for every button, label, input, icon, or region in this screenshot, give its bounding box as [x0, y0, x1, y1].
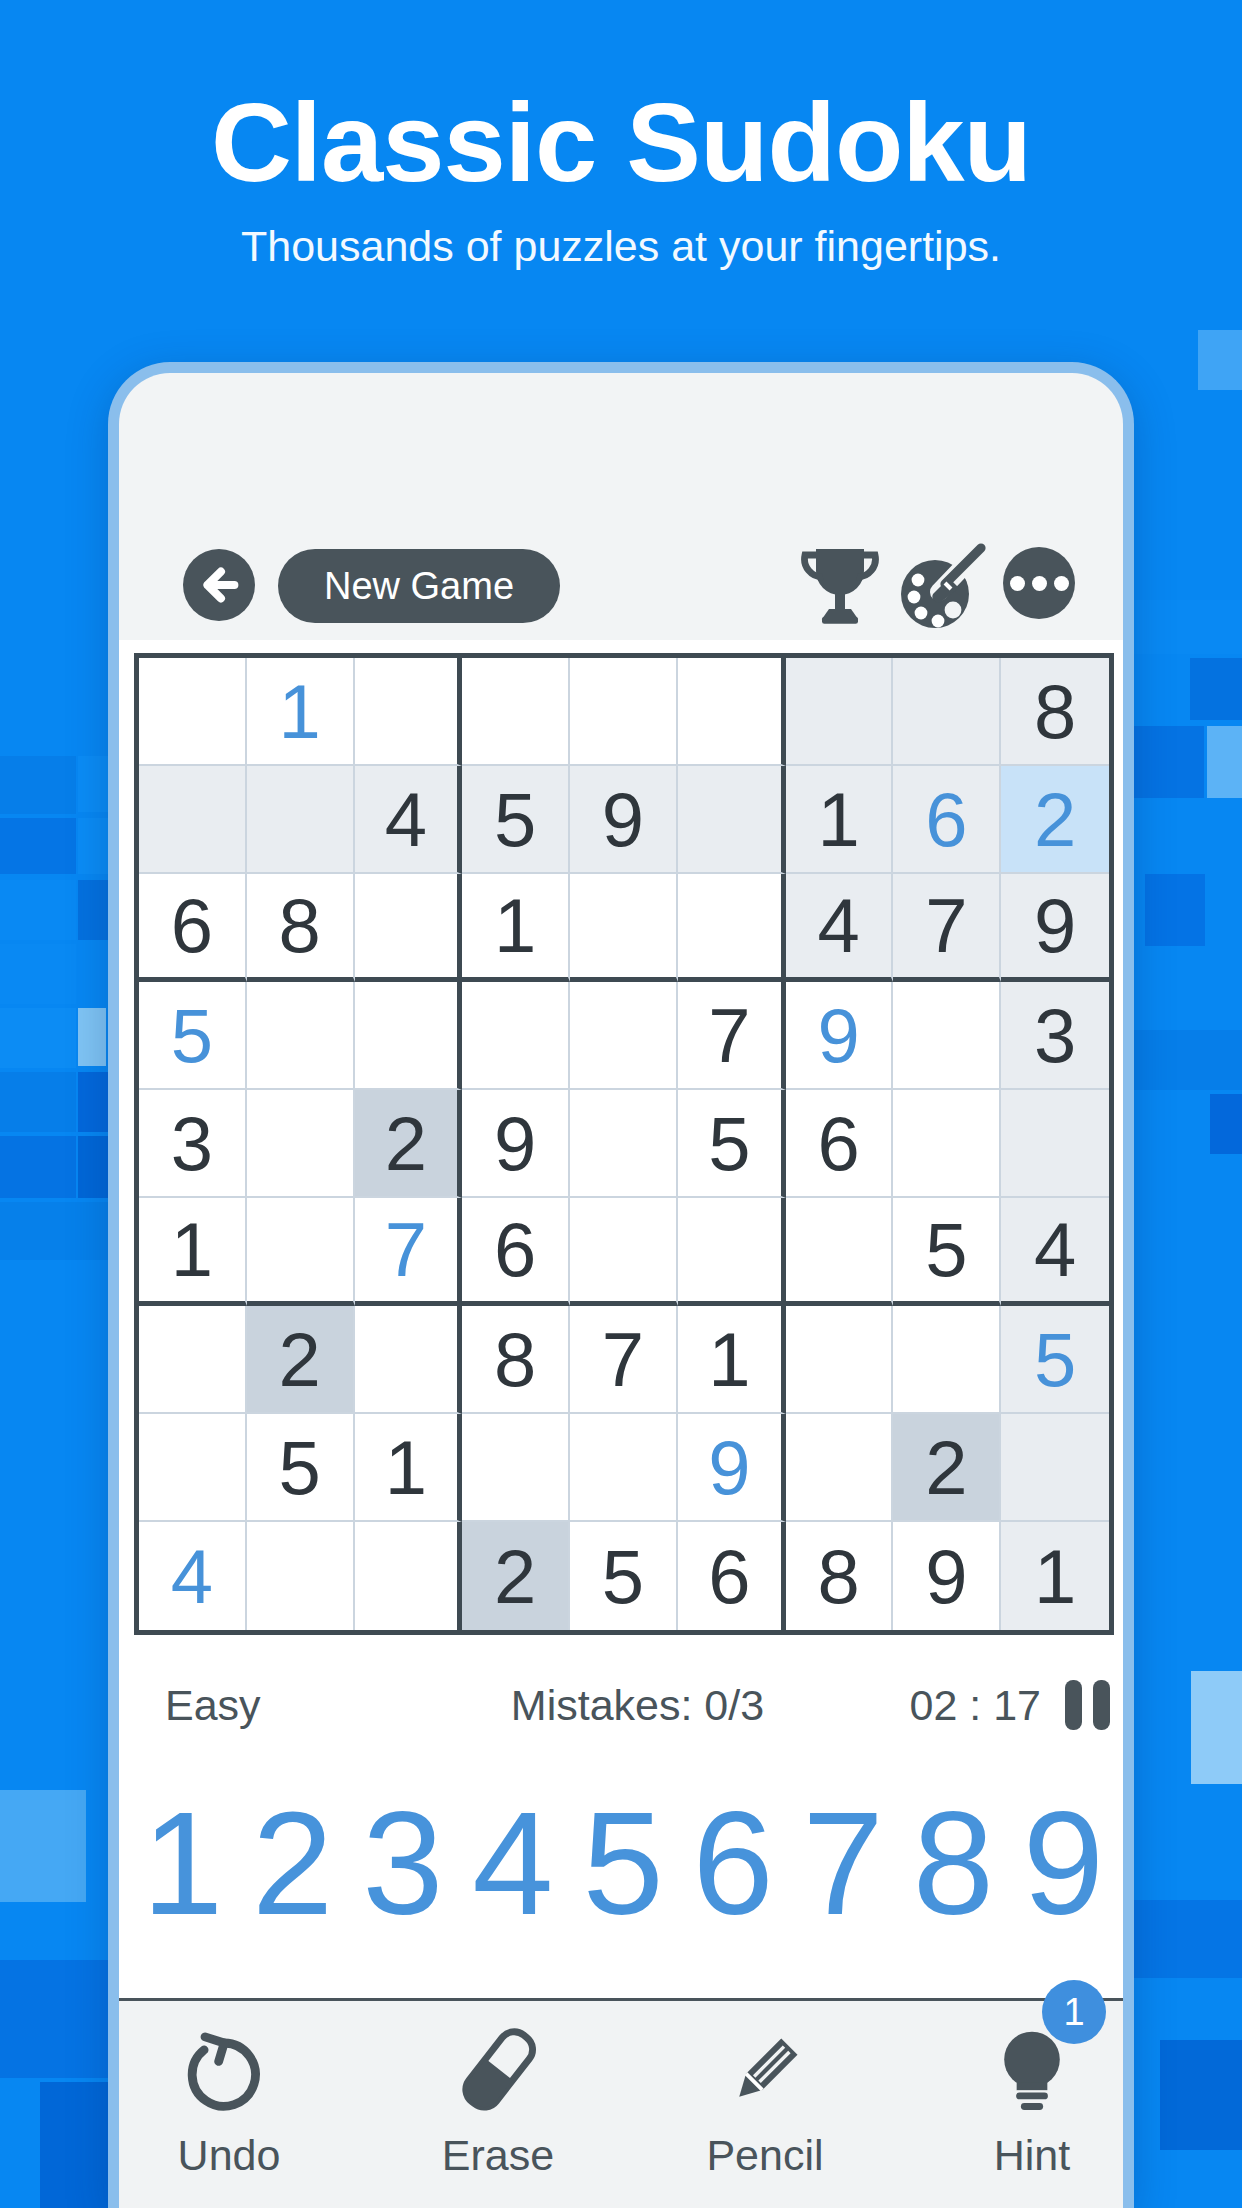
cell-r6c8[interactable]: 5 — [893, 1198, 1001, 1306]
cell-r8c7[interactable] — [786, 1414, 894, 1522]
cell-r3c8[interactable]: 7 — [893, 874, 1001, 982]
cell-r2c5[interactable]: 9 — [570, 766, 678, 874]
cell-r3c1[interactable]: 6 — [139, 874, 247, 982]
cell-r1c1[interactable] — [139, 658, 247, 766]
cell-r6c3[interactable]: 7 — [355, 1198, 463, 1306]
cell-r1c2[interactable]: 1 — [247, 658, 355, 766]
cell-r4c7[interactable]: 9 — [786, 982, 894, 1090]
cell-r8c2[interactable]: 5 — [247, 1414, 355, 1522]
cell-r6c6[interactable] — [678, 1198, 786, 1306]
cell-r4c1[interactable]: 5 — [139, 982, 247, 1090]
cell-r7c9[interactable]: 5 — [1001, 1306, 1109, 1414]
cell-r7c8[interactable] — [893, 1306, 1001, 1414]
eraser-icon — [452, 2025, 544, 2117]
undo-button[interactable]: Undo — [119, 2025, 339, 2180]
cell-r1c5[interactable] — [570, 658, 678, 766]
bg-tile — [0, 1202, 108, 1260]
cell-r9c2[interactable] — [247, 1522, 355, 1630]
cell-r1c7[interactable] — [786, 658, 894, 766]
cell-r9c5[interactable]: 5 — [570, 1522, 678, 1630]
bg-tile — [78, 1072, 108, 1132]
numpad-3[interactable]: 3 — [362, 1788, 443, 1940]
cell-r1c8[interactable] — [893, 658, 1001, 766]
cell-r6c7[interactable] — [786, 1198, 894, 1306]
bg-tile — [78, 756, 108, 812]
hint-count-badge: 1 — [1042, 1980, 1106, 2044]
cell-r8c9[interactable] — [1001, 1414, 1109, 1522]
cell-r3c3[interactable] — [355, 874, 463, 982]
new-game-button[interactable]: New Game — [278, 549, 560, 623]
mistakes-label: Mistakes: 0/3 — [165, 1681, 1110, 1730]
bg-tile — [78, 818, 108, 874]
bg-tile — [0, 880, 76, 940]
cell-r5c5[interactable] — [570, 1090, 678, 1198]
cell-r5c2[interactable] — [247, 1090, 355, 1198]
cell-r5c8[interactable] — [893, 1090, 1001, 1198]
bg-tile — [40, 2082, 108, 2208]
cell-r3c9[interactable]: 9 — [1001, 874, 1109, 982]
number-pad: 123456789 — [142, 1788, 1104, 1940]
cell-r1c6[interactable] — [678, 658, 786, 766]
bg-tile — [78, 880, 108, 940]
cell-r2c6[interactable] — [678, 766, 786, 874]
cell-r1c9[interactable]: 8 — [1001, 658, 1109, 766]
ellipsis-icon — [1010, 576, 1069, 591]
cell-r6c5[interactable] — [570, 1198, 678, 1306]
cell-r5c1[interactable]: 3 — [139, 1090, 247, 1198]
numpad-4[interactable]: 4 — [472, 1788, 553, 1940]
trophy-icon — [800, 543, 880, 627]
cell-r7c7[interactable] — [786, 1306, 894, 1414]
hint-label: Hint — [994, 2131, 1070, 2180]
more-options-button[interactable] — [1003, 547, 1075, 619]
back-arrow-icon — [196, 562, 242, 608]
cell-r2c3[interactable]: 4 — [355, 766, 463, 874]
pencil-button[interactable]: Pencil — [655, 2025, 875, 2180]
bg-tile — [0, 756, 76, 814]
bg-tile — [0, 818, 76, 874]
cell-r9c3[interactable] — [355, 1522, 463, 1630]
cell-r9c8[interactable]: 9 — [893, 1522, 1001, 1630]
cell-r8c1[interactable] — [139, 1414, 247, 1522]
cell-r7c4[interactable]: 8 — [462, 1306, 570, 1414]
cell-r7c1[interactable] — [139, 1306, 247, 1414]
cell-r8c5[interactable] — [570, 1414, 678, 1522]
bg-tile — [1134, 1030, 1242, 1090]
pencil-icon — [719, 2025, 811, 2117]
cell-r2c2[interactable] — [247, 766, 355, 874]
new-game-label: New Game — [324, 565, 514, 608]
numpad-6[interactable]: 6 — [692, 1788, 773, 1940]
trophy-button[interactable] — [800, 543, 880, 627]
cell-r4c2[interactable] — [247, 982, 355, 1090]
bg-tile — [78, 1008, 106, 1066]
page-subtitle: Thousands of puzzles at your fingertips. — [0, 222, 1242, 271]
cell-r9c7[interactable]: 8 — [786, 1522, 894, 1630]
paint-palette-icon — [893, 540, 993, 632]
difficulty-label: Easy — [165, 1681, 261, 1730]
cell-r6c9[interactable]: 4 — [1001, 1198, 1109, 1306]
bg-tile — [1134, 726, 1204, 798]
cell-r3c7[interactable]: 4 — [786, 874, 894, 982]
cell-r8c4[interactable] — [462, 1414, 570, 1522]
cell-r9c1[interactable]: 4 — [139, 1522, 247, 1630]
cell-r7c6[interactable]: 1 — [678, 1306, 786, 1414]
undo-icon — [183, 2025, 275, 2117]
numpad-9[interactable]: 9 — [1023, 1788, 1104, 1940]
cell-r6c1[interactable]: 1 — [139, 1198, 247, 1306]
bg-tile — [1191, 1671, 1242, 1784]
bg-tile — [1160, 2040, 1242, 2150]
cell-r5c7[interactable]: 6 — [786, 1090, 894, 1198]
numpad-5[interactable]: 5 — [582, 1788, 663, 1940]
cell-r6c2[interactable] — [247, 1198, 355, 1306]
cell-r3c4[interactable]: 1 — [462, 874, 570, 982]
cell-r4c6[interactable]: 7 — [678, 982, 786, 1090]
cell-r4c9[interactable]: 3 — [1001, 982, 1109, 1090]
cell-r2c1[interactable] — [139, 766, 247, 874]
cell-r4c8[interactable] — [893, 982, 1001, 1090]
numpad-7[interactable]: 7 — [803, 1788, 884, 1940]
bg-tile — [0, 1136, 76, 1198]
pencil-label: Pencil — [706, 2131, 823, 2180]
page-title: Classic Sudoku — [0, 78, 1242, 207]
cell-r2c7[interactable]: 1 — [786, 766, 894, 874]
bg-tile — [1145, 874, 1205, 946]
status-bar: Easy Mistakes: 0/3 02 : 17 — [165, 1678, 1110, 1732]
bg-tile — [1207, 726, 1242, 798]
bg-tile — [0, 1008, 76, 1068]
bg-tile — [1134, 1900, 1242, 1978]
cell-r6c4[interactable]: 6 — [462, 1198, 570, 1306]
bg-tile — [1210, 1094, 1242, 1154]
cell-r9c9[interactable]: 1 — [1001, 1522, 1109, 1630]
erase-button[interactable]: Erase — [388, 2025, 608, 2180]
numpad-2[interactable]: 2 — [252, 1788, 333, 1940]
cell-r8c3[interactable]: 1 — [355, 1414, 463, 1522]
bg-tile — [1198, 330, 1242, 390]
cell-r5c9[interactable] — [1001, 1090, 1109, 1198]
cell-r4c4[interactable] — [462, 982, 570, 1090]
cell-r5c6[interactable]: 5 — [678, 1090, 786, 1198]
numpad-1[interactable]: 1 — [142, 1788, 223, 1940]
bg-tile — [0, 1790, 86, 1902]
cell-r9c6[interactable]: 6 — [678, 1522, 786, 1630]
numpad-8[interactable]: 8 — [913, 1788, 994, 1940]
cell-r3c2[interactable]: 8 — [247, 874, 355, 982]
hint-button[interactable]: Hint — [922, 2025, 1142, 2180]
bg-tile — [0, 1960, 108, 2078]
cell-r1c3[interactable] — [355, 658, 463, 766]
cell-r3c6[interactable] — [678, 874, 786, 982]
cell-r2c9[interactable]: 2 — [1001, 766, 1109, 874]
cell-r7c3[interactable] — [355, 1306, 463, 1414]
cell-r7c2[interactable]: 2 — [247, 1306, 355, 1414]
cell-r1c4[interactable] — [462, 658, 570, 766]
back-button[interactable] — [183, 549, 255, 621]
sudoku-board: 1845916268147957933295617654287155192425… — [134, 653, 1114, 1635]
cell-r2c4[interactable]: 5 — [462, 766, 570, 874]
cell-r8c6[interactable]: 9 — [678, 1414, 786, 1522]
cell-r2c8[interactable]: 6 — [893, 766, 1001, 874]
cell-r4c3[interactable] — [355, 982, 463, 1090]
cell-r3c5[interactable] — [570, 874, 678, 982]
cell-r5c4[interactable]: 9 — [462, 1090, 570, 1198]
bg-tile — [0, 944, 76, 1004]
bg-tile — [0, 1072, 76, 1132]
cell-r4c5[interactable] — [570, 982, 678, 1090]
bg-tile — [78, 1136, 108, 1198]
cell-r8c8[interactable]: 2 — [893, 1414, 1001, 1522]
bg-tile — [1134, 600, 1242, 654]
undo-label: Undo — [178, 2131, 281, 2180]
cell-r7c5[interactable]: 7 — [570, 1306, 678, 1414]
cell-r9c4[interactable]: 2 — [462, 1522, 570, 1630]
bg-tile — [1190, 658, 1242, 720]
theme-button[interactable] — [893, 540, 993, 632]
cell-r5c3[interactable]: 2 — [355, 1090, 463, 1198]
erase-label: Erase — [442, 2131, 554, 2180]
